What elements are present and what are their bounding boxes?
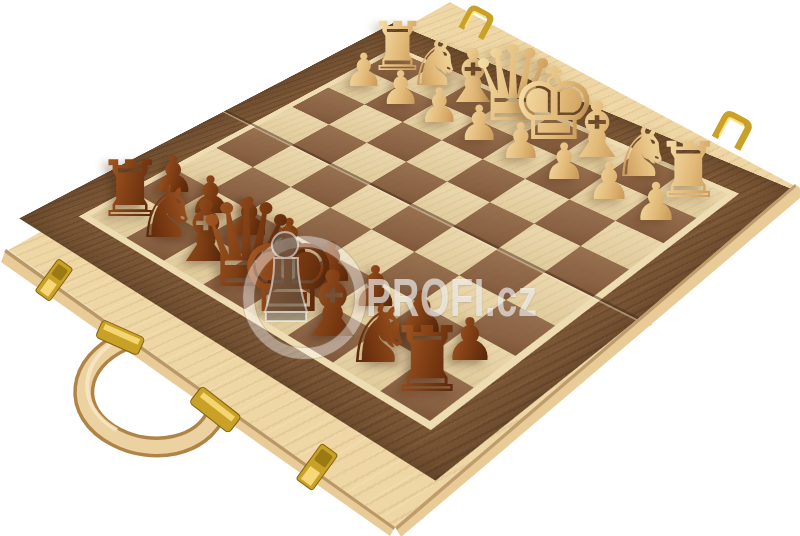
piece-white-pawn[interactable]: ♟ — [418, 82, 461, 130]
pieces-layer: ♜♞♝♛♚♝♞♜♟♟♟♟♟♟♟♟♟♟♟♟♟♟♟♟♜♞♝♛♚♝♞♜ — [0, 0, 800, 536]
piece-white-pawn[interactable]: ♟ — [499, 117, 543, 166]
piece-black-rook[interactable]: ♜ — [386, 315, 467, 406]
piece-white-pawn[interactable]: ♟ — [586, 156, 632, 208]
chess-case-photo: ♜♞♝♛♚♝♞♜♟♟♟♟♟♟♟♟♟♟♟♟♟♟♟♟♜♞♝♛♚♝♞♜ PROFI.c… — [0, 0, 800, 536]
piece-white-pawn[interactable]: ♟ — [632, 176, 679, 229]
piece-white-pawn[interactable]: ♟ — [380, 65, 422, 112]
piece-white-pawn[interactable]: ♟ — [542, 136, 587, 186]
piece-white-pawn[interactable]: ♟ — [458, 99, 501, 148]
piece-white-pawn[interactable]: ♟ — [343, 49, 384, 95]
